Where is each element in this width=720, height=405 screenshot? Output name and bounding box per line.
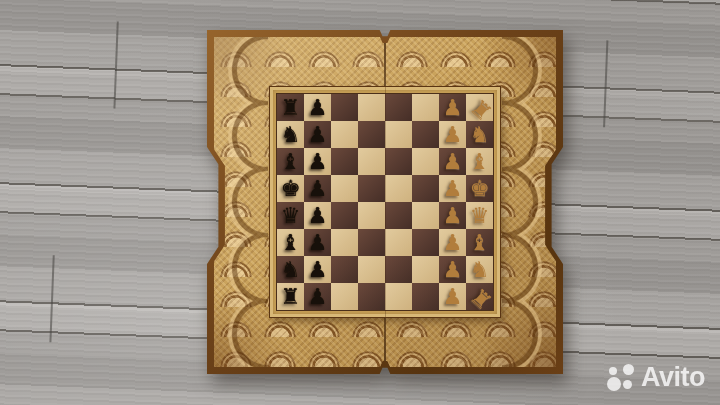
board-square: ♟ (304, 256, 331, 283)
board-square (412, 175, 439, 202)
board-square: ♟ (439, 148, 466, 175)
board-square (358, 175, 385, 202)
board-square (412, 256, 439, 283)
piece-black-pawn: ♟ (304, 256, 331, 283)
board-square (385, 175, 412, 202)
board-square: ♞ (277, 256, 304, 283)
piece-black-king: ♚ (277, 175, 304, 202)
board-square: ♟ (304, 94, 331, 121)
board-square: ♛ (466, 202, 493, 229)
board-square: ♟ (304, 121, 331, 148)
board-square (412, 148, 439, 175)
board-square: ♟ (439, 94, 466, 121)
floor-plank-joint (113, 22, 118, 109)
board-square: ♟ (439, 283, 466, 310)
board-square: ♟ (439, 202, 466, 229)
board-square: ♝ (466, 229, 493, 256)
piece-white-bishop: ♝ (466, 229, 493, 256)
piece-black-pawn: ♟ (304, 175, 331, 202)
board-square: ♜ (466, 283, 493, 310)
board-square (385, 202, 412, 229)
board-square (331, 121, 358, 148)
piece-black-knight: ♞ (277, 121, 304, 148)
piece-white-bishop: ♝ (466, 148, 493, 175)
piece-black-pawn: ♟ (304, 229, 331, 256)
board-square: ♟ (304, 175, 331, 202)
board-square: ♟ (304, 283, 331, 310)
piece-white-pawn: ♟ (439, 94, 466, 121)
board-square (412, 121, 439, 148)
board-square (358, 94, 385, 121)
board-square: ♟ (304, 202, 331, 229)
avito-watermark: Avito (607, 362, 705, 393)
avito-watermark-label: Avito (641, 362, 705, 393)
board-square (385, 283, 412, 310)
board-square (412, 229, 439, 256)
floor-plank-joint (49, 255, 54, 342)
piece-white-queen: ♛ (466, 202, 493, 229)
board-square (412, 202, 439, 229)
board-square (331, 148, 358, 175)
piece-white-pawn: ♟ (439, 202, 466, 229)
piece-black-pawn: ♟ (304, 148, 331, 175)
carved-frame: ♜♟♟♜♞♟♟♞♝♟♟♝♚♟♟♚♛♟♟♛♝♟♟♝♞♟♟♞♜♟♟♜ (214, 37, 556, 367)
piece-black-rook: ♜ (277, 283, 304, 310)
board-square (331, 283, 358, 310)
board-square: ♚ (466, 175, 493, 202)
board-square: ♝ (466, 148, 493, 175)
board-square (385, 229, 412, 256)
piece-white-rook: ♜ (462, 280, 500, 318)
piece-white-king: ♚ (466, 175, 493, 202)
piece-white-pawn: ♟ (439, 121, 466, 148)
floor-plank-joint (603, 40, 608, 127)
board-square (412, 94, 439, 121)
board-square: ♝ (277, 148, 304, 175)
piece-black-queen: ♛ (277, 202, 304, 229)
board-square (331, 202, 358, 229)
piece-black-pawn: ♟ (304, 121, 331, 148)
piece-white-pawn: ♟ (439, 256, 466, 283)
piece-white-knight: ♞ (466, 121, 493, 148)
carved-chess-box: ♜♟♟♜♞♟♟♞♝♟♟♝♚♟♟♚♛♟♟♛♝♟♟♝♞♟♟♞♜♟♟♜ (207, 30, 563, 374)
avito-logo-icon (607, 364, 634, 391)
piece-white-pawn: ♟ (439, 148, 466, 175)
board-square (331, 175, 358, 202)
piece-white-pawn: ♟ (439, 283, 466, 310)
board-square: ♞ (277, 121, 304, 148)
piece-black-pawn: ♟ (304, 202, 331, 229)
piece-black-bishop: ♝ (277, 148, 304, 175)
board-square (331, 94, 358, 121)
board-square: ♟ (304, 229, 331, 256)
board-square (358, 283, 385, 310)
chessboard-panel: ♜♟♟♜♞♟♟♞♝♟♟♝♚♟♟♚♛♟♟♛♝♟♟♝♞♟♟♞♜♟♟♜ (269, 86, 501, 318)
board-square (385, 94, 412, 121)
board-square (358, 121, 385, 148)
piece-black-knight: ♞ (277, 256, 304, 283)
board-square (358, 256, 385, 283)
board-square: ♜ (277, 94, 304, 121)
board-square (358, 148, 385, 175)
board-square (412, 283, 439, 310)
photo-canvas: ♜♟♟♜♞♟♟♞♝♟♟♝♚♟♟♚♛♟♟♛♝♟♟♝♞♟♟♞♜♟♟♜ Avito (0, 0, 720, 405)
board-square: ♟ (439, 175, 466, 202)
chess-grid: ♜♟♟♜♞♟♟♞♝♟♟♝♚♟♟♚♛♟♟♛♝♟♟♝♞♟♟♞♜♟♟♜ (276, 93, 494, 311)
piece-white-pawn: ♟ (439, 229, 466, 256)
board-square: ♚ (277, 175, 304, 202)
piece-black-bishop: ♝ (277, 229, 304, 256)
board-square (385, 256, 412, 283)
board-square (385, 148, 412, 175)
board-rim: ♜♟♟♜♞♟♟♞♝♟♟♝♚♟♟♚♛♟♟♛♝♟♟♝♞♟♟♞♜♟♟♜ (207, 30, 563, 374)
piece-black-pawn: ♟ (304, 283, 331, 310)
board-square: ♟ (439, 121, 466, 148)
board-square: ♟ (439, 229, 466, 256)
piece-black-pawn: ♟ (304, 94, 331, 121)
board-square (331, 229, 358, 256)
board-square (358, 229, 385, 256)
piece-black-rook: ♜ (277, 94, 304, 121)
board-square: ♜ (466, 94, 493, 121)
board-square (385, 121, 412, 148)
board-square: ♞ (466, 121, 493, 148)
board-square (358, 202, 385, 229)
board-square: ♝ (277, 229, 304, 256)
board-square: ♟ (439, 256, 466, 283)
board-square: ♟ (304, 148, 331, 175)
board-square: ♜ (277, 283, 304, 310)
board-square: ♛ (277, 202, 304, 229)
board-square (331, 256, 358, 283)
piece-white-pawn: ♟ (439, 175, 466, 202)
